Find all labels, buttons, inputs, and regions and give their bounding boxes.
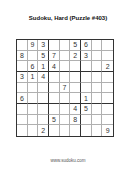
cell-r1c2: 9 (28, 40, 39, 51)
cell-r8c2 (28, 115, 39, 126)
cell-r6c4 (49, 93, 60, 104)
cell-r9c3: 2 (38, 125, 49, 136)
cell-r6c9 (102, 93, 113, 104)
cell-r9c7 (81, 125, 92, 136)
cell-r4c5 (60, 72, 71, 83)
sudoku-page: Sudoku, Hard (Puzzle #403) 9356857236142… (0, 0, 136, 176)
cell-r8c7 (81, 115, 92, 126)
cell-r6c8 (92, 93, 103, 104)
cell-r9c8 (92, 125, 103, 136)
cell-r9c4 (49, 125, 60, 136)
cell-r1c1 (17, 40, 28, 51)
cell-r4c3: 4 (38, 72, 49, 83)
cell-r7c6: 4 (70, 104, 81, 115)
footer-url: www.sudoku.com (0, 158, 136, 163)
cell-r4c4 (49, 72, 60, 83)
cell-r6c3 (38, 93, 49, 104)
cell-r2c7: 3 (81, 51, 92, 62)
cell-r8c9 (102, 115, 113, 126)
cell-r6c2 (28, 93, 39, 104)
cell-r9c1 (17, 125, 28, 136)
cell-r7c4 (49, 104, 60, 115)
cell-r7c7: 5 (81, 104, 92, 115)
cell-r5c1 (17, 83, 28, 94)
cell-r2c8 (92, 51, 103, 62)
cell-r4c9 (102, 72, 113, 83)
cell-r2c9 (102, 51, 113, 62)
cell-r2c3: 5 (38, 51, 49, 62)
cell-r5c7 (81, 83, 92, 94)
cell-r8c3 (38, 115, 49, 126)
cell-r7c2 (28, 104, 39, 115)
cell-r5c3 (38, 83, 49, 94)
cell-r1c9 (102, 40, 113, 51)
cell-r8c1 (17, 115, 28, 126)
cell-r9c2 (28, 125, 39, 136)
cell-r8c5 (60, 115, 71, 126)
cell-r3c1 (17, 61, 28, 72)
cell-r3c5 (60, 61, 71, 72)
cell-r1c6: 5 (70, 40, 81, 51)
cell-r5c5: 7 (60, 83, 71, 94)
cell-r9c6 (70, 125, 81, 136)
cell-r1c8 (92, 40, 103, 51)
cell-r3c8 (92, 61, 103, 72)
cell-r7c9 (102, 104, 113, 115)
cell-r1c7: 6 (81, 40, 92, 51)
cell-r1c3: 3 (38, 40, 49, 51)
cell-r6c5 (60, 93, 71, 104)
cell-r2c2 (28, 51, 39, 62)
cell-r4c8 (92, 72, 103, 83)
cell-r3c3: 1 (38, 61, 49, 72)
cell-r6c1: 6 (17, 93, 28, 104)
cell-r7c5 (60, 104, 71, 115)
cell-r1c5 (60, 40, 71, 51)
cell-r6c7: 1 (81, 93, 92, 104)
cell-r5c9 (102, 83, 113, 94)
cell-r4c2: 1 (28, 72, 39, 83)
cell-r2c1: 8 (17, 51, 28, 62)
cell-r2c5 (60, 51, 71, 62)
cell-r3c9: 2 (102, 61, 113, 72)
cell-r7c8 (92, 104, 103, 115)
cell-r9c5 (60, 125, 71, 136)
cell-r7c3 (38, 104, 49, 115)
cell-r8c8 (92, 115, 103, 126)
cell-r9c9: 9 (102, 125, 113, 136)
cell-r2c4: 7 (49, 51, 60, 62)
puzzle-title: Sudoku, Hard (Puzzle #403) (0, 15, 136, 22)
cell-r3c6 (70, 61, 81, 72)
cell-r3c7 (81, 61, 92, 72)
cell-r2c6: 2 (70, 51, 81, 62)
sudoku-grid: 9356857236142314761455829 (16, 39, 114, 137)
cell-r5c6 (70, 83, 81, 94)
cell-r8c6: 8 (70, 115, 81, 126)
cell-r1c4 (49, 40, 60, 51)
cell-r4c7 (81, 72, 92, 83)
cell-r5c2 (28, 83, 39, 94)
cell-r3c2: 6 (28, 61, 39, 72)
cell-r3c4: 4 (49, 61, 60, 72)
cell-r6c6 (70, 93, 81, 104)
cell-r7c1 (17, 104, 28, 115)
cell-r5c8 (92, 83, 103, 94)
cell-r4c1: 3 (17, 72, 28, 83)
cell-r4c6 (70, 72, 81, 83)
cell-r8c4: 5 (49, 115, 60, 126)
cell-r5c4 (49, 83, 60, 94)
